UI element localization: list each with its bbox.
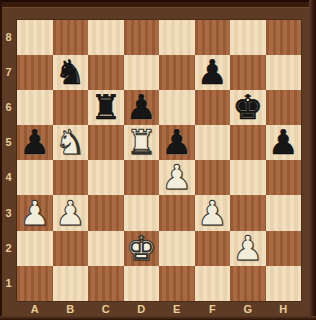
black-pawn-e5: ♟ (162, 125, 192, 160)
square-e8 (159, 20, 195, 55)
square-f4 (195, 160, 231, 195)
black-pawn-a5: ♟ (20, 125, 50, 160)
square-b4 (53, 160, 89, 195)
square-c5 (88, 125, 124, 160)
file-label-c: C (88, 301, 124, 318)
square-d1 (124, 266, 160, 301)
square-c7 (88, 55, 124, 90)
rank-label-5: 5 (0, 125, 17, 160)
file-label-b: B (53, 301, 89, 318)
square-e4: ♟ (159, 160, 195, 195)
square-d4 (124, 160, 160, 195)
square-f5 (195, 125, 231, 160)
square-e7 (159, 55, 195, 90)
square-g1 (230, 266, 266, 301)
square-c6: ♜ (88, 90, 124, 125)
file-label-e: E (159, 301, 195, 318)
square-c3 (88, 195, 124, 230)
square-d2: ♚ (124, 231, 160, 266)
white-pawn-g2: ♟ (233, 231, 263, 266)
rank-label-4: 4 (0, 160, 17, 195)
square-f7: ♟ (195, 55, 231, 90)
square-a1 (17, 266, 53, 301)
square-f2 (195, 231, 231, 266)
square-b6 (53, 90, 89, 125)
square-c2 (88, 231, 124, 266)
file-label-h: H (266, 301, 302, 318)
white-rook-d5: ♜ (126, 125, 156, 160)
square-e6 (159, 90, 195, 125)
square-e1 (159, 266, 195, 301)
square-b5: ♞ (53, 125, 89, 160)
square-d3 (124, 195, 160, 230)
square-a2 (17, 231, 53, 266)
rank-label-6: 6 (0, 90, 17, 125)
file-label-f: F (195, 301, 231, 318)
square-a5: ♟ (17, 125, 53, 160)
white-knight-b5: ♞ (55, 125, 85, 160)
square-b2 (53, 231, 89, 266)
square-g7 (230, 55, 266, 90)
rank-label-2: 2 (0, 231, 17, 266)
white-pawn-a3: ♟ (20, 196, 50, 231)
square-a7 (17, 55, 53, 90)
square-a4 (17, 160, 53, 195)
square-d8 (124, 20, 160, 55)
rank-label-3: 3 (0, 196, 17, 231)
square-e2 (159, 231, 195, 266)
black-pawn-d6: ♟ (126, 90, 156, 125)
square-b3: ♟ (53, 195, 89, 230)
chess-diagram: 87654321 ♞♟♜♟♚♟♞♜♟♟♟♟♟♟♚♟ ABCDEFGH (0, 0, 316, 320)
square-b1 (53, 266, 89, 301)
white-pawn-b3: ♟ (55, 196, 85, 231)
frame-edge-right (309, 0, 316, 320)
square-h4 (266, 160, 302, 195)
square-h3 (266, 195, 302, 230)
file-labels: ABCDEFGH (17, 301, 301, 318)
square-g8 (230, 20, 266, 55)
black-knight-b7: ♞ (55, 55, 85, 90)
square-b7: ♞ (53, 55, 89, 90)
square-g4 (230, 160, 266, 195)
rank-label-8: 8 (0, 20, 17, 55)
chess-board: ♞♟♜♟♚♟♞♜♟♟♟♟♟♟♚♟ (17, 20, 301, 301)
square-g6: ♚ (230, 90, 266, 125)
white-pawn-f3: ♟ (197, 196, 227, 231)
white-pawn-e4: ♟ (162, 160, 192, 195)
file-label-a: A (17, 301, 53, 318)
square-g3 (230, 195, 266, 230)
square-c1 (88, 266, 124, 301)
square-a3: ♟ (17, 195, 53, 230)
black-rook-c6: ♜ (91, 90, 121, 125)
square-h7 (266, 55, 302, 90)
square-a6 (17, 90, 53, 125)
rank-label-1: 1 (0, 266, 17, 301)
square-g5 (230, 125, 266, 160)
square-h5: ♟ (266, 125, 302, 160)
square-e5: ♟ (159, 125, 195, 160)
rank-label-7: 7 (0, 55, 17, 90)
square-f8 (195, 20, 231, 55)
file-label-d: D (124, 301, 160, 318)
square-f3: ♟ (195, 195, 231, 230)
square-h1 (266, 266, 302, 301)
frame-edge-top (0, 0, 316, 9)
square-g2: ♟ (230, 231, 266, 266)
black-pawn-f7: ♟ (197, 55, 227, 90)
square-c4 (88, 160, 124, 195)
square-b8 (53, 20, 89, 55)
square-d6: ♟ (124, 90, 160, 125)
white-king-d2: ♚ (126, 231, 156, 266)
square-a8 (17, 20, 53, 55)
square-h2 (266, 231, 302, 266)
square-c8 (88, 20, 124, 55)
square-f1 (195, 266, 231, 301)
square-h8 (266, 20, 302, 55)
black-pawn-h5: ♟ (268, 125, 298, 160)
file-label-g: G (230, 301, 266, 318)
square-e3 (159, 195, 195, 230)
square-d5: ♜ (124, 125, 160, 160)
square-h6 (266, 90, 302, 125)
square-d7 (124, 55, 160, 90)
square-f6 (195, 90, 231, 125)
black-king-g6: ♚ (233, 90, 263, 125)
